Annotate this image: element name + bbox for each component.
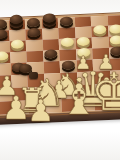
light-checker-piece[interactable] [110,35,120,45]
light-checker-piece[interactable] [77,37,90,47]
chess-piece-pawn[interactable]: ♟ [28,96,55,126]
board-square[interactable] [75,37,92,49]
board-square[interactable] [9,40,26,52]
board-square[interactable] [0,41,10,53]
dark-checker-piece[interactable] [59,16,72,26]
chess-piece-bishop[interactable]: ♝ [60,79,98,121]
board-square[interactable] [43,50,60,62]
board-square[interactable] [108,36,120,48]
dark-checker-piece[interactable] [44,49,57,59]
board-square[interactable] [0,52,10,64]
board-square[interactable] [59,49,76,61]
product-photo: ♟♟♜♞♟♟♞♝♟♟♛♚ [0,0,120,160]
board-square[interactable] [10,51,27,63]
dark-checker-piece[interactable] [0,19,7,29]
chess-piece-pawn[interactable]: ♟ [2,92,31,124]
dark-checker-piece[interactable] [27,18,40,28]
board-square[interactable] [42,28,59,39]
light-checker-piece[interactable] [93,25,106,35]
board-square[interactable] [26,50,43,62]
light-checker-piece[interactable] [109,24,120,34]
board-square[interactable] [25,29,42,40]
dark-checker-piece[interactable] [27,28,40,38]
light-checker-piece[interactable] [11,40,24,50]
board-square[interactable] [91,26,108,37]
light-checker-piece[interactable] [60,37,73,47]
board-square[interactable] [42,39,59,51]
board-square[interactable] [92,36,109,48]
light-checker-piece[interactable] [0,52,8,62]
board-square[interactable] [59,38,76,50]
board-square[interactable] [26,39,43,51]
dark-checker-piece[interactable] [0,30,7,40]
